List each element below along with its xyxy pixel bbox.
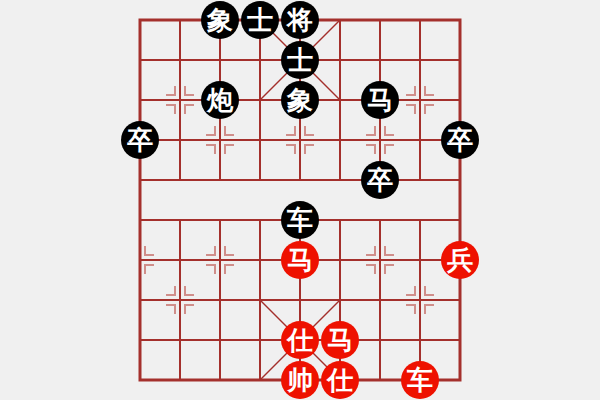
piece-black-general[interactable]: 将 [281, 1, 319, 39]
piece-red-pawn[interactable]: 兵 [441, 241, 479, 279]
piece-red-horse[interactable]: 马 [281, 241, 319, 279]
piece-black-pawn[interactable]: 卒 [361, 161, 399, 199]
piece-black-pawn[interactable]: 卒 [121, 121, 159, 159]
piece-red-chariot[interactable]: 车 [401, 361, 439, 399]
piece-black-chariot[interactable]: 车 [281, 201, 319, 239]
piece-red-horse[interactable]: 马 [321, 321, 359, 359]
piece-red-advisor[interactable]: 仕 [281, 321, 319, 359]
piece-black-horse[interactable]: 马 [361, 81, 399, 119]
pieces-layer: 象士将士炮象马卒卒卒车马兵仕马帅仕车 [0, 0, 600, 400]
piece-red-advisor[interactable]: 仕 [321, 361, 359, 399]
piece-black-elephant[interactable]: 象 [281, 81, 319, 119]
piece-black-advisor[interactable]: 士 [241, 1, 279, 39]
piece-red-general[interactable]: 帅 [281, 361, 319, 399]
piece-black-cannon[interactable]: 炮 [201, 81, 239, 119]
xiangqi-board: 象士将士炮象马卒卒卒车马兵仕马帅仕车 [0, 0, 600, 400]
piece-black-pawn[interactable]: 卒 [441, 121, 479, 159]
piece-black-advisor[interactable]: 士 [281, 41, 319, 79]
piece-black-elephant[interactable]: 象 [201, 1, 239, 39]
